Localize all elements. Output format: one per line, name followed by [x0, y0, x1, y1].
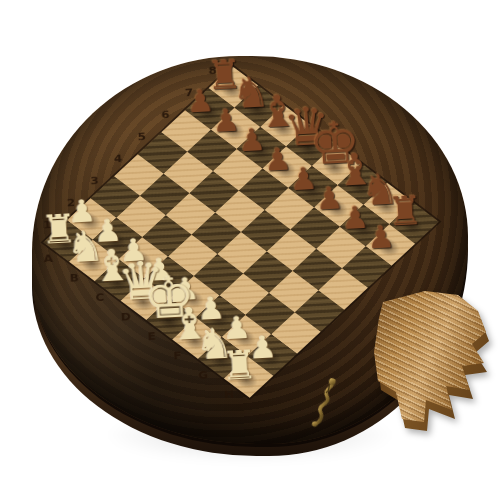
rank-label-4: 4: [111, 153, 126, 165]
file-label-G: G: [196, 369, 211, 381]
white-rook-piece[interactable]: ♜: [221, 344, 258, 386]
file-label-D: D: [118, 311, 133, 323]
rank-label-3: 3: [87, 175, 102, 187]
rank-label-6: 6: [158, 109, 173, 121]
file-label-A: A: [41, 252, 56, 264]
file-label-B: B: [67, 272, 82, 284]
black-pawn-piece[interactable]: ♟: [363, 221, 400, 254]
product-photo: ♜♞♝♛♚♝♞♜♟♟♟♟♟♟♟♟♟♟♟♟♟♟♟♟♜♞♝♛♚♝♞♜87654321…: [0, 0, 500, 500]
file-label-H: H: [222, 389, 237, 401]
rank-label-5: 5: [135, 131, 150, 143]
file-label-E: E: [144, 330, 159, 342]
file-label-C: C: [93, 291, 108, 303]
pomegranate-crown: [370, 286, 496, 436]
file-label-F: F: [170, 350, 185, 362]
